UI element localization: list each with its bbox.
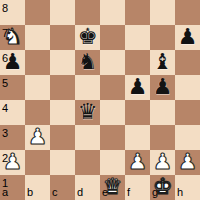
piece-white-pawn[interactable]: ♟ bbox=[28, 124, 48, 149]
piece-black-bishop[interactable]: ♝ bbox=[153, 49, 173, 74]
square-g2[interactable]: ♟ bbox=[150, 150, 175, 175]
square-c2[interactable] bbox=[50, 150, 75, 175]
square-e8[interactable] bbox=[100, 0, 125, 25]
piece-black-pawn[interactable]: ♟ bbox=[153, 74, 173, 99]
square-h6[interactable] bbox=[175, 50, 200, 75]
piece-white-queen[interactable]: ♛ bbox=[103, 174, 123, 199]
square-d1[interactable] bbox=[75, 175, 100, 200]
piece-black-king[interactable]: ♚ bbox=[78, 24, 98, 49]
square-b1[interactable] bbox=[25, 175, 50, 200]
square-e5[interactable] bbox=[100, 75, 125, 100]
square-d6[interactable]: ♞ bbox=[75, 50, 100, 75]
square-h7[interactable]: ♟ bbox=[175, 25, 200, 50]
square-c7[interactable] bbox=[50, 25, 75, 50]
square-f1[interactable] bbox=[125, 175, 150, 200]
square-g5[interactable]: ♟ bbox=[150, 75, 175, 100]
square-e3[interactable] bbox=[100, 125, 125, 150]
square-f5[interactable]: ♟ bbox=[125, 75, 150, 100]
square-g4[interactable] bbox=[150, 100, 175, 125]
piece-white-knight[interactable]: ♞ bbox=[3, 24, 23, 49]
square-f3[interactable] bbox=[125, 125, 150, 150]
square-h2[interactable]: ♟ bbox=[175, 150, 200, 175]
piece-white-pawn[interactable]: ♟ bbox=[178, 149, 198, 174]
square-a8[interactable] bbox=[0, 0, 25, 25]
piece-white-king[interactable]: ♚ bbox=[153, 174, 173, 199]
piece-white-pawn[interactable]: ♟ bbox=[3, 149, 23, 174]
square-g7[interactable] bbox=[150, 25, 175, 50]
square-b6[interactable] bbox=[25, 50, 50, 75]
square-b5[interactable] bbox=[25, 75, 50, 100]
piece-black-pawn[interactable]: ♟ bbox=[178, 24, 198, 49]
square-a5[interactable] bbox=[0, 75, 25, 100]
square-a7[interactable]: ♞ bbox=[0, 25, 25, 50]
square-a4[interactable] bbox=[0, 100, 25, 125]
square-b2[interactable] bbox=[25, 150, 50, 175]
square-d5[interactable] bbox=[75, 75, 100, 100]
square-d3[interactable] bbox=[75, 125, 100, 150]
square-d2[interactable] bbox=[75, 150, 100, 175]
square-h5[interactable] bbox=[175, 75, 200, 100]
square-e2[interactable] bbox=[100, 150, 125, 175]
square-e6[interactable] bbox=[100, 50, 125, 75]
square-d4[interactable]: ♛ bbox=[75, 100, 100, 125]
square-a1[interactable] bbox=[0, 175, 25, 200]
square-f2[interactable]: ♟ bbox=[125, 150, 150, 175]
square-c5[interactable] bbox=[50, 75, 75, 100]
square-c6[interactable] bbox=[50, 50, 75, 75]
square-g8[interactable] bbox=[150, 0, 175, 25]
square-c8[interactable] bbox=[50, 0, 75, 25]
piece-black-pawn[interactable]: ♟ bbox=[3, 49, 23, 74]
square-f6[interactable] bbox=[125, 50, 150, 75]
piece-black-knight[interactable]: ♞ bbox=[78, 49, 98, 74]
square-e4[interactable] bbox=[100, 100, 125, 125]
square-e7[interactable] bbox=[100, 25, 125, 50]
square-f7[interactable] bbox=[125, 25, 150, 50]
square-b7[interactable] bbox=[25, 25, 50, 50]
square-g1[interactable]: ♚ bbox=[150, 175, 175, 200]
square-b8[interactable] bbox=[25, 0, 50, 25]
square-a6[interactable]: ♟ bbox=[0, 50, 25, 75]
square-b4[interactable] bbox=[25, 100, 50, 125]
square-e1[interactable]: ♛ bbox=[100, 175, 125, 200]
square-h8[interactable] bbox=[175, 0, 200, 25]
chess-diagram: ♞♚♟♟♞♝♟♟♛♟♟♟♟♟♛♚ 87654321abcdefgh bbox=[0, 0, 200, 200]
square-h3[interactable] bbox=[175, 125, 200, 150]
square-c1[interactable] bbox=[50, 175, 75, 200]
piece-black-pawn[interactable]: ♟ bbox=[128, 74, 148, 99]
piece-white-pawn[interactable]: ♟ bbox=[128, 149, 148, 174]
square-g6[interactable]: ♝ bbox=[150, 50, 175, 75]
piece-white-pawn[interactable]: ♟ bbox=[153, 149, 173, 174]
square-f4[interactable] bbox=[125, 100, 150, 125]
chess-board: ♞♚♟♟♞♝♟♟♛♟♟♟♟♟♛♚ bbox=[0, 0, 200, 200]
square-h1[interactable] bbox=[175, 175, 200, 200]
square-h4[interactable] bbox=[175, 100, 200, 125]
square-b3[interactable]: ♟ bbox=[25, 125, 50, 150]
square-f8[interactable] bbox=[125, 0, 150, 25]
square-c3[interactable] bbox=[50, 125, 75, 150]
piece-black-queen[interactable]: ♛ bbox=[78, 99, 98, 124]
square-g3[interactable] bbox=[150, 125, 175, 150]
square-c4[interactable] bbox=[50, 100, 75, 125]
square-a2[interactable]: ♟ bbox=[0, 150, 25, 175]
square-a3[interactable] bbox=[0, 125, 25, 150]
square-d7[interactable]: ♚ bbox=[75, 25, 100, 50]
square-d8[interactable] bbox=[75, 0, 100, 25]
